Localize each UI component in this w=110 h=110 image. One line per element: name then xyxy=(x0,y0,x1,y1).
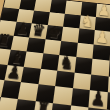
photo-scene: ♟♞♟♛♚♟♚♜♝♝♞♞♟♟♜ xyxy=(0,0,110,110)
square-g2: ♟ xyxy=(88,90,107,109)
square-f3 xyxy=(72,72,91,90)
square-g5 xyxy=(35,84,55,103)
square-f2 xyxy=(90,74,108,92)
square-g3 xyxy=(71,88,90,107)
square-g1 xyxy=(106,92,110,110)
chess-board-frame: ♟♞♟♛♚♟♚♜♝♝♞♞♟♟♜ xyxy=(0,0,110,110)
square-h1 xyxy=(105,109,110,110)
square-h3 xyxy=(69,105,89,110)
square-g4 xyxy=(53,86,72,105)
square-f4 xyxy=(55,70,74,88)
square-f5 xyxy=(38,68,57,86)
chess-board: ♟♞♟♛♚♟♚♜♝♝♞♞♟♟♜ xyxy=(0,0,110,110)
square-h5: ♜ xyxy=(33,101,53,110)
square-h6 xyxy=(15,99,36,110)
square-h4 xyxy=(51,103,71,110)
